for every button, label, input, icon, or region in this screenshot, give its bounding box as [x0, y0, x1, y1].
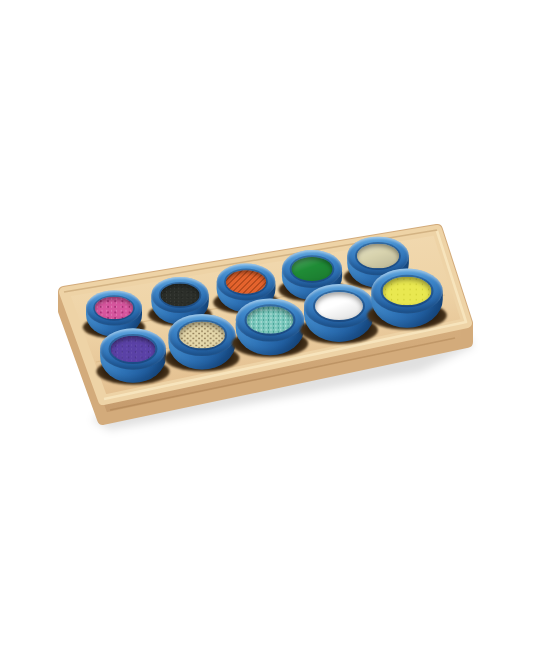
texture-insert-turquoise-knit	[246, 306, 293, 333]
texture-insert-white-smooth	[315, 292, 363, 320]
texture-insert-purple-felt	[110, 336, 155, 362]
tactile-cylinder-yellow-terry[interactable]	[368, 264, 446, 331]
tactile-cylinder-turquoise-knit[interactable]	[233, 295, 307, 360]
texture-insert-green-cotton	[291, 257, 332, 281]
scene	[0, 0, 533, 672]
tactile-cylinder-white-smooth[interactable]	[301, 280, 377, 346]
tactile-cylinder-natural-weave[interactable]	[165, 310, 238, 373]
tactile-cylinder-purple-felt[interactable]	[97, 325, 168, 387]
texture-insert-orange-corduroy	[226, 270, 266, 294]
texture-insert-pink-fleece	[95, 297, 133, 319]
texture-insert-black-felt	[160, 284, 199, 307]
texture-insert-yellow-terry	[383, 277, 432, 306]
texture-insert-natural-weave	[178, 321, 224, 348]
